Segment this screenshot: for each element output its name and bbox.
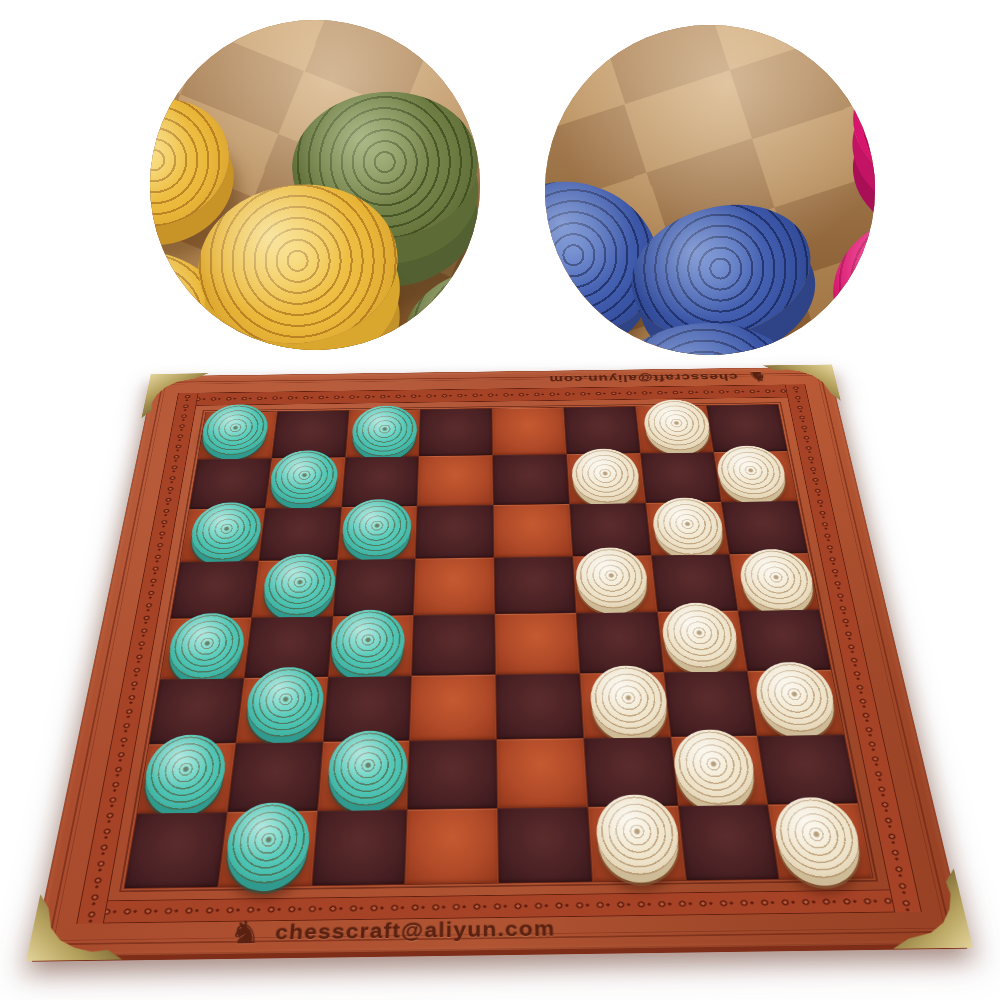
checker-piece-white (660, 602, 742, 668)
square-e2 (497, 738, 587, 808)
product-image: ♞ chesscraft@aliyun.com ♞ chesscraft@ali… (0, 0, 1000, 1000)
square-e7 (493, 454, 569, 504)
square-e3 (496, 674, 583, 739)
square-a2 (137, 743, 235, 813)
checker-piece-turquoise (351, 405, 418, 456)
square-g1 (678, 805, 779, 880)
square-c4 (328, 615, 413, 676)
square-d1 (405, 809, 498, 884)
square-f7 (567, 453, 645, 503)
inset-photo-yellow-green (150, 20, 480, 350)
square-b3 (236, 677, 327, 742)
square-c5 (333, 559, 415, 616)
square-d5 (414, 558, 494, 615)
square-d6 (416, 505, 494, 558)
checker-piece-white (642, 399, 713, 450)
checkerboard-grid (123, 404, 873, 889)
checker-piece-turquoise (140, 734, 230, 810)
checker-piece-white (570, 448, 641, 503)
brand-email-text: chesscraft@aliyun.com (548, 371, 738, 384)
square-h5 (730, 554, 819, 611)
checkers-board-scene: ♞ chesscraft@aliyun.com ♞ chesscraft@ali… (32, 367, 967, 957)
leather-checkerboard-mat: ♞ chesscraft@aliyun.com ♞ chesscraft@ali… (32, 367, 967, 957)
square-b6 (259, 507, 341, 560)
checker-piece-white (770, 797, 866, 879)
square-g8 (635, 406, 713, 453)
square-f3 (580, 672, 670, 737)
checker-piece-turquoise (341, 499, 413, 557)
square-e1 (498, 808, 592, 883)
square-a1 (125, 813, 227, 888)
square-a3 (149, 678, 243, 743)
checker-piece-turquoise (260, 554, 337, 616)
square-d2 (408, 739, 497, 809)
square-e4 (495, 613, 579, 674)
square-h8 (707, 405, 787, 452)
square-c8 (346, 410, 420, 457)
checker-piece-white (574, 547, 650, 609)
square-c1 (312, 810, 407, 885)
square-g3 (664, 671, 757, 736)
square-a7 (190, 458, 271, 508)
knight-logo-icon: ♞ (746, 369, 768, 383)
square-a4 (160, 618, 251, 679)
checker-piece-white (736, 549, 818, 611)
square-a8 (198, 412, 277, 459)
checker-piece-white (594, 794, 682, 875)
square-h3 (748, 670, 844, 735)
square-h6 (722, 501, 808, 554)
square-e5 (494, 557, 575, 614)
square-f5 (573, 556, 657, 613)
square-h1 (769, 804, 873, 879)
checker-piece-turquoise (267, 450, 339, 505)
square-e6 (494, 504, 572, 557)
brand-stamp-bottom: ♞ chesscraft@aliyun.com (228, 914, 556, 949)
knight-logo-icon: ♞ (228, 918, 263, 949)
checker-piece-white (588, 665, 670, 736)
checker-piece-turquoise (187, 502, 264, 560)
checker-piece-white (671, 729, 759, 805)
square-g4 (657, 611, 746, 672)
square-a6 (181, 508, 265, 562)
square-f8 (564, 407, 640, 454)
square-h2 (758, 734, 858, 804)
checker-piece-turquoise (222, 802, 312, 884)
square-d3 (410, 675, 496, 740)
square-b5 (252, 560, 337, 617)
checker-piece-turquoise (326, 730, 408, 806)
square-g7 (640, 452, 721, 502)
inset-photo-blue-pink (545, 25, 875, 355)
checker-piece-turquoise (243, 666, 326, 737)
checker-piece-white (714, 445, 790, 499)
square-h7 (714, 451, 797, 501)
square-g2 (671, 736, 768, 806)
square-f1 (588, 806, 685, 881)
square-g6 (646, 502, 729, 555)
square-b2 (228, 742, 323, 812)
square-a5 (171, 561, 258, 618)
square-f4 (576, 612, 663, 673)
square-b7 (266, 457, 345, 507)
checker-piece-turquoise (199, 404, 271, 455)
square-d4 (412, 614, 495, 675)
checker-piece-turquoise (329, 609, 406, 675)
square-c2 (318, 741, 409, 811)
square-c6 (337, 506, 416, 559)
brand-email-text: chesscraft@aliyun.com (274, 918, 556, 945)
square-d7 (418, 455, 493, 505)
square-b1 (218, 811, 317, 886)
checker-piece-white (651, 497, 727, 555)
square-d8 (419, 409, 492, 456)
checker-piece-turquoise (165, 613, 248, 679)
checker-piece-white (752, 661, 840, 732)
square-e8 (492, 408, 566, 455)
